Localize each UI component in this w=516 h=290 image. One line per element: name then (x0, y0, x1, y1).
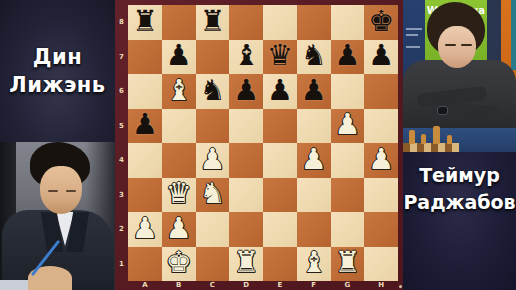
square-c8[interactable]: ♜ (196, 5, 230, 40)
square-a4[interactable] (128, 143, 162, 178)
square-e6[interactable]: ♟ (263, 74, 297, 109)
square-h2[interactable] (364, 212, 398, 247)
rank-coordinates: 87654321 (115, 5, 128, 281)
square-h3[interactable] (364, 178, 398, 213)
square-b1[interactable]: ♚ (162, 247, 196, 282)
square-a2[interactable]: ♟ (128, 212, 162, 247)
square-d4[interactable] (229, 143, 263, 178)
square-f2[interactable] (297, 212, 331, 247)
square-e8[interactable] (263, 5, 297, 40)
square-f8[interactable] (297, 5, 331, 40)
table-chessboard-shape (403, 143, 459, 152)
square-g7[interactable]: ♟ (331, 40, 365, 75)
square-e5[interactable] (263, 109, 297, 144)
white-pawn[interactable]: ♟ (301, 145, 327, 174)
rank-label-1: 1 (115, 247, 128, 282)
wooden-piece-shape (409, 130, 415, 144)
square-b2[interactable]: ♟ (162, 212, 196, 247)
square-b3[interactable]: ♛ (162, 178, 196, 213)
square-d7[interactable]: ♝ (229, 40, 263, 75)
file-label-e: E (263, 281, 297, 290)
black-pawn[interactable]: ♟ (301, 76, 327, 105)
wooden-piece-shape (433, 126, 440, 144)
square-d2[interactable] (229, 212, 263, 247)
square-d5[interactable] (229, 109, 263, 144)
black-pawn[interactable]: ♟ (132, 110, 158, 139)
square-f5[interactable] (297, 109, 331, 144)
right-player-panel: Warszawa m Теймур Раджабов (403, 0, 516, 290)
black-queen[interactable]: ♛ (267, 41, 293, 70)
white-king[interactable]: ♚ (166, 248, 192, 277)
left-player-first-name: Дин (33, 43, 82, 71)
rank-label-8: 8 (115, 5, 128, 40)
square-b4[interactable] (162, 143, 196, 178)
square-c5[interactable] (196, 109, 230, 144)
square-a5[interactable]: ♟ (128, 109, 162, 144)
white-rook[interactable]: ♜ (233, 248, 259, 277)
white-pawn[interactable]: ♟ (166, 214, 192, 243)
rank-label-2: 2 (115, 212, 128, 247)
file-label-d: D (229, 281, 263, 290)
square-f6[interactable]: ♟ (297, 74, 331, 109)
black-pawn[interactable]: ♟ (233, 76, 259, 105)
black-bishop[interactable]: ♝ (233, 41, 259, 70)
file-label-a: A (128, 281, 162, 290)
square-e7[interactable]: ♛ (263, 40, 297, 75)
chess-board-frame: 87654321 ABCDEFGH ♜♜♚♟♝♛♞♟♟♝♞♟♟♟♟♟♟♟♟♛♞♟… (115, 0, 403, 290)
square-h8[interactable]: ♚ (364, 5, 398, 40)
white-pawn[interactable]: ♟ (199, 145, 225, 174)
black-knight[interactable]: ♞ (199, 76, 225, 105)
square-c6[interactable]: ♞ (196, 74, 230, 109)
square-c3[interactable]: ♞ (196, 178, 230, 213)
thumbnail: Дин Лижэнь 87654321 ABCDEFGH ♜♜♚♟♝♛♞♟♟♝♞… (0, 0, 516, 290)
player-eye-shape (66, 190, 76, 192)
square-e1[interactable] (263, 247, 297, 282)
square-h5[interactable] (364, 109, 398, 144)
white-pawn[interactable]: ♟ (132, 214, 158, 243)
frame-dot (399, 285, 402, 288)
wooden-piece-shape (421, 134, 426, 144)
file-coordinates: ABCDEFGH (128, 281, 398, 290)
left-player-photo (0, 142, 115, 290)
left-player-last-name: Лижэнь (9, 71, 105, 99)
square-e3[interactable] (263, 178, 297, 213)
square-a6[interactable] (128, 74, 162, 109)
white-pawn[interactable]: ♟ (368, 145, 394, 174)
square-h6[interactable] (364, 74, 398, 109)
square-e2[interactable] (263, 212, 297, 247)
square-d8[interactable] (229, 5, 263, 40)
square-f1[interactable]: ♝ (297, 247, 331, 282)
right-player-last-name: Раджабов (403, 189, 515, 216)
left-player-panel: Дин Лижэнь (0, 0, 115, 290)
square-h7[interactable]: ♟ (364, 40, 398, 75)
square-f7[interactable]: ♞ (297, 40, 331, 75)
white-bishop[interactable]: ♝ (166, 76, 192, 105)
square-g6[interactable] (331, 74, 365, 109)
white-pawn[interactable]: ♟ (334, 110, 360, 139)
rank-label-3: 3 (115, 178, 128, 213)
rank-label-4: 4 (115, 143, 128, 178)
square-e4[interactable] (263, 143, 297, 178)
file-label-h: H (364, 281, 398, 290)
square-d3[interactable] (229, 178, 263, 213)
square-d6[interactable]: ♟ (229, 74, 263, 109)
black-pawn[interactable]: ♟ (166, 41, 192, 70)
square-b5[interactable] (162, 109, 196, 144)
black-rook[interactable]: ♜ (199, 7, 225, 36)
square-a3[interactable] (128, 178, 162, 213)
square-f3[interactable] (297, 178, 331, 213)
right-player-first-name: Теймур (419, 162, 500, 189)
square-b6[interactable]: ♝ (162, 74, 196, 109)
square-a7[interactable] (128, 40, 162, 75)
black-knight[interactable]: ♞ (301, 41, 327, 70)
rank-label-7: 7 (115, 40, 128, 75)
black-pawn[interactable]: ♟ (334, 41, 360, 70)
square-g3[interactable] (331, 178, 365, 213)
white-knight[interactable]: ♞ (199, 179, 225, 208)
white-rook[interactable]: ♜ (334, 248, 360, 277)
right-player-photo: Warszawa m (403, 0, 516, 152)
left-player-name-block: Дин Лижэнь (0, 0, 115, 142)
square-c7[interactable] (196, 40, 230, 75)
rank-label-5: 5 (115, 109, 128, 144)
wristwatch-shape (437, 106, 448, 115)
square-c2[interactable] (196, 212, 230, 247)
square-a1[interactable] (128, 247, 162, 282)
black-rook[interactable]: ♜ (132, 7, 158, 36)
square-g4[interactable] (331, 143, 365, 178)
file-label-b: B (162, 281, 196, 290)
black-pawn[interactable]: ♟ (368, 41, 394, 70)
white-bishop[interactable]: ♝ (301, 248, 327, 277)
square-g2[interactable] (331, 212, 365, 247)
rank-label-6: 6 (115, 74, 128, 109)
square-b8[interactable] (162, 5, 196, 40)
file-label-c: C (196, 281, 230, 290)
white-queen[interactable]: ♛ (166, 179, 192, 208)
square-b7[interactable]: ♟ (162, 40, 196, 75)
square-d1[interactable]: ♜ (229, 247, 263, 282)
chess-board: ♜♜♚♟♝♛♞♟♟♝♞♟♟♟♟♟♟♟♟♛♞♟♟♚♜♝♜ (128, 5, 398, 281)
file-label-g: G (331, 281, 365, 290)
player-eye-shape (48, 190, 58, 192)
square-g5[interactable]: ♟ (331, 109, 365, 144)
black-pawn[interactable]: ♟ (267, 76, 293, 105)
square-h1[interactable] (364, 247, 398, 282)
square-c1[interactable] (196, 247, 230, 282)
player-brow-shape (445, 44, 456, 46)
square-f4[interactable]: ♟ (297, 143, 331, 178)
square-c4[interactable]: ♟ (196, 143, 230, 178)
player-face-shape (438, 26, 476, 68)
wooden-piece-shape (447, 135, 452, 144)
square-g8[interactable] (331, 5, 365, 40)
square-h4[interactable]: ♟ (364, 143, 398, 178)
black-king[interactable]: ♚ (368, 7, 394, 36)
sponsor-banner-teal (511, 0, 516, 70)
square-g1[interactable]: ♜ (331, 247, 365, 282)
square-a8[interactable]: ♜ (128, 5, 162, 40)
right-player-name-block: Теймур Раджабов (403, 152, 516, 290)
file-label-f: F (297, 281, 331, 290)
player-brow-shape (461, 44, 472, 46)
